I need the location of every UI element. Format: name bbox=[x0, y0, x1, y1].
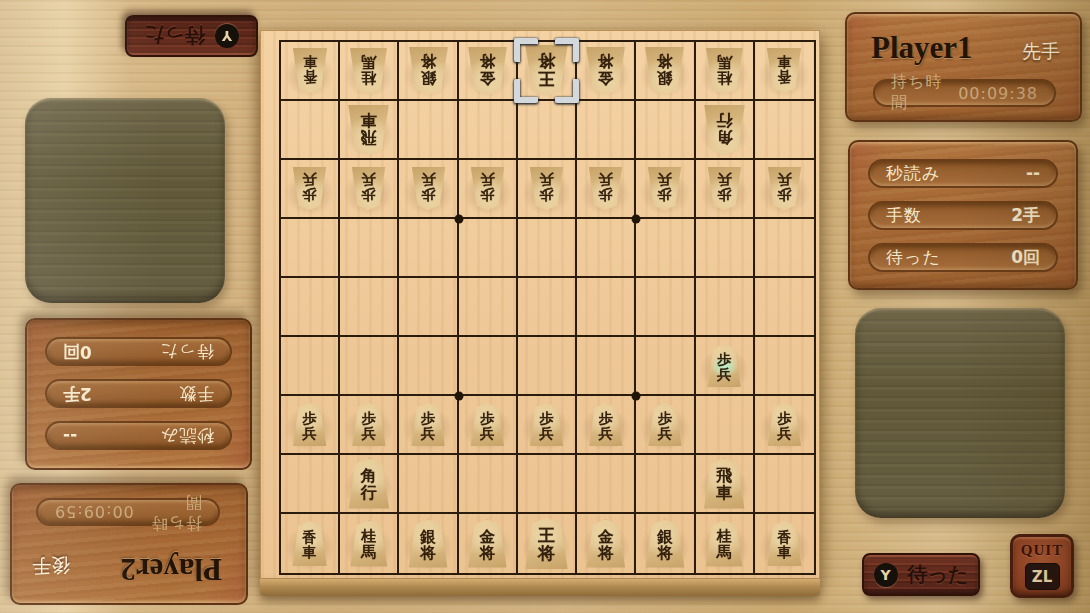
board-cell[interactable] bbox=[399, 337, 458, 396]
player1-panel: Player1 先手 持ち時間 00:09:38 bbox=[845, 12, 1082, 122]
board-cell[interactable]: 歩兵 bbox=[340, 396, 399, 455]
undo-button-label: 待った bbox=[908, 561, 969, 588]
player2-role-badge: 後手 bbox=[32, 552, 70, 578]
board-cell[interactable]: 銀将 bbox=[636, 42, 695, 101]
piece-sente-lance[interactable]: 香車 bbox=[765, 521, 803, 566]
board-cell[interactable]: 歩兵 bbox=[696, 160, 755, 219]
board-cell[interactable] bbox=[755, 455, 814, 514]
board-cell[interactable] bbox=[340, 278, 399, 337]
piece-sente-pawn[interactable]: 歩兵 bbox=[646, 403, 683, 446]
board-cell[interactable] bbox=[518, 101, 577, 160]
piece-sente-rook[interactable]: 飛車 bbox=[702, 459, 747, 509]
star-point bbox=[454, 215, 463, 224]
player1-role-badge: 先手 bbox=[1022, 39, 1060, 65]
board-cell[interactable]: 歩兵 bbox=[755, 160, 814, 219]
board-cell[interactable]: 歩兵 bbox=[577, 160, 636, 219]
board-cell[interactable]: 香車 bbox=[755, 514, 814, 573]
player1-time-label: 持ち時間 bbox=[891, 72, 948, 114]
board-cell[interactable]: 香車 bbox=[755, 42, 814, 101]
board-cell[interactable]: 香車 bbox=[281, 514, 340, 573]
board-cell[interactable] bbox=[518, 337, 577, 396]
board-cell[interactable] bbox=[755, 337, 814, 396]
piece-sente-pawn[interactable]: 歩兵 bbox=[706, 344, 743, 387]
byoyomi-row: 秒読み -- bbox=[868, 159, 1058, 188]
move-count-row: 手数 2手 bbox=[868, 201, 1058, 230]
piece-gote-lance[interactable]: 香車 bbox=[765, 48, 803, 93]
piece-gote-pawn[interactable]: 歩兵 bbox=[587, 167, 624, 210]
piece-gote-lance[interactable]: 香車 bbox=[291, 48, 329, 93]
board-cell[interactable]: 桂馬 bbox=[696, 42, 755, 101]
piece-gote-bishop[interactable]: 角行 bbox=[702, 105, 747, 155]
board-cell[interactable]: 歩兵 bbox=[636, 396, 695, 455]
board-cell[interactable]: 王将 bbox=[518, 42, 577, 101]
board-cell[interactable]: 歩兵 bbox=[518, 160, 577, 219]
board-cell[interactable]: 飛車 bbox=[340, 101, 399, 160]
board-cell[interactable]: 桂馬 bbox=[340, 514, 399, 573]
board-cell[interactable]: 歩兵 bbox=[577, 396, 636, 455]
undo-count-label: 待った bbox=[159, 341, 214, 364]
board-cell[interactable] bbox=[755, 101, 814, 160]
board-cell[interactable] bbox=[399, 455, 458, 514]
piece-gote-silver[interactable]: 銀将 bbox=[643, 47, 686, 95]
board-cell[interactable] bbox=[518, 278, 577, 337]
board-cell[interactable] bbox=[696, 219, 755, 278]
board-cell[interactable] bbox=[696, 278, 755, 337]
board-cell[interactable]: 歩兵 bbox=[636, 160, 695, 219]
captured-pieces-tray-player2[interactable] bbox=[25, 98, 225, 303]
undo-button-player2[interactable]: Y 待った bbox=[125, 15, 258, 57]
board-cell[interactable] bbox=[636, 455, 695, 514]
board-cell[interactable]: 歩兵 bbox=[459, 160, 518, 219]
player2-time-label: 持ち時間 bbox=[144, 491, 202, 533]
board-cell[interactable] bbox=[636, 337, 695, 396]
y-button-icon: Y bbox=[874, 563, 898, 587]
move-count-label: 手数 bbox=[178, 383, 214, 406]
piece-sente-lance[interactable]: 香車 bbox=[291, 521, 329, 566]
board-cell[interactable]: 王将 bbox=[518, 514, 577, 573]
undo-count-row: 待った 0回 bbox=[45, 338, 232, 367]
board-cell[interactable]: 歩兵 bbox=[459, 396, 518, 455]
y-button-icon: Y bbox=[215, 24, 239, 48]
piece-gote-pawn[interactable]: 歩兵 bbox=[350, 167, 387, 210]
board-cell[interactable] bbox=[459, 278, 518, 337]
piece-gote-pawn[interactable]: 歩兵 bbox=[410, 167, 447, 210]
player2-time-pill: 持ち時間 00:09:59 bbox=[36, 498, 220, 526]
piece-sente-knight[interactable]: 桂馬 bbox=[704, 521, 745, 567]
piece-sente-silver[interactable]: 銀将 bbox=[643, 520, 686, 568]
board-cell[interactable]: 歩兵 bbox=[696, 337, 755, 396]
board-cell[interactable] bbox=[577, 455, 636, 514]
piece-sente-pawn[interactable]: 歩兵 bbox=[587, 403, 624, 446]
board-cell[interactable]: 桂馬 bbox=[696, 514, 755, 573]
piece-gote-pawn[interactable]: 歩兵 bbox=[706, 167, 743, 210]
piece-gote-pawn[interactable]: 歩兵 bbox=[469, 167, 506, 210]
board-cell[interactable]: 飛車 bbox=[696, 455, 755, 514]
piece-sente-silver[interactable]: 銀将 bbox=[407, 520, 450, 568]
board-cell[interactable] bbox=[281, 278, 340, 337]
board-cell[interactable] bbox=[577, 337, 636, 396]
board-front-edge bbox=[260, 579, 820, 596]
board-cell[interactable] bbox=[636, 101, 695, 160]
piece-sente-gold[interactable]: 金将 bbox=[466, 520, 509, 568]
player1-time-value: 00:09:38 bbox=[958, 84, 1038, 103]
piece-gote-knight[interactable]: 桂馬 bbox=[348, 48, 389, 94]
quit-button[interactable]: QUIT ZL bbox=[1010, 534, 1074, 598]
piece-gote-pawn[interactable]: 歩兵 bbox=[528, 167, 565, 210]
undo-count-label: 待った bbox=[886, 246, 941, 269]
shogi-game-screen: Y 待った 秒読み -- 手数 2手 待った 0回 Player2 後手 持ち時… bbox=[0, 0, 1090, 613]
piece-sente-pawn[interactable]: 歩兵 bbox=[766, 403, 803, 446]
board-cell[interactable]: 歩兵 bbox=[755, 396, 814, 455]
piece-sente-gold[interactable]: 金将 bbox=[584, 520, 627, 568]
board-cell[interactable]: 歩兵 bbox=[281, 396, 340, 455]
board-cell[interactable]: 角行 bbox=[340, 455, 399, 514]
piece-gote-knight[interactable]: 桂馬 bbox=[704, 48, 745, 94]
board-cell[interactable]: 金将 bbox=[459, 42, 518, 101]
board-cell[interactable]: 歩兵 bbox=[399, 160, 458, 219]
piece-gote-gold[interactable]: 金将 bbox=[584, 47, 627, 95]
board-cell[interactable] bbox=[459, 455, 518, 514]
board-cell[interactable] bbox=[459, 219, 518, 278]
board-cell[interactable] bbox=[577, 219, 636, 278]
piece-gote-rook[interactable]: 飛車 bbox=[346, 105, 391, 155]
board-cell[interactable] bbox=[459, 101, 518, 160]
board-cell[interactable] bbox=[281, 219, 340, 278]
board-cell[interactable] bbox=[399, 219, 458, 278]
piece-sente-knight[interactable]: 桂馬 bbox=[348, 521, 389, 567]
board-cell[interactable]: 歩兵 bbox=[399, 396, 458, 455]
move-count-value: 2手 bbox=[1011, 204, 1040, 227]
piece-gote-pawn[interactable]: 歩兵 bbox=[766, 167, 803, 210]
board-cell[interactable]: 歩兵 bbox=[518, 396, 577, 455]
board-cell[interactable]: 角行 bbox=[696, 101, 755, 160]
byoyomi-row: 秒読み -- bbox=[45, 422, 232, 451]
board-cell[interactable] bbox=[577, 278, 636, 337]
undo-count-value: 0回 bbox=[63, 341, 92, 364]
piece-sente-bishop[interactable]: 角行 bbox=[346, 459, 391, 509]
board-cell[interactable]: 銀将 bbox=[399, 42, 458, 101]
star-point bbox=[632, 215, 641, 224]
board-cell[interactable] bbox=[755, 278, 814, 337]
stats-panel-player1: 秒読み -- 手数 2手 待った 0回 bbox=[848, 140, 1078, 290]
board-cell[interactable]: 金将 bbox=[459, 514, 518, 573]
zl-button-icon: ZL bbox=[1025, 563, 1060, 590]
board-cell[interactable] bbox=[577, 101, 636, 160]
board-cell[interactable] bbox=[459, 337, 518, 396]
undo-count-row: 待った 0回 bbox=[868, 243, 1058, 272]
star-point bbox=[454, 392, 463, 401]
move-count-label: 手数 bbox=[886, 204, 922, 227]
board-cell[interactable] bbox=[399, 101, 458, 160]
player2-time-value: 00:09:59 bbox=[54, 503, 134, 522]
move-count-row: 手数 2手 bbox=[45, 380, 232, 409]
board-cell[interactable] bbox=[696, 396, 755, 455]
board-cell[interactable]: 歩兵 bbox=[281, 160, 340, 219]
shogi-board: 香車桂馬銀将金将王将金将銀将桂馬香車飛車角行歩兵歩兵歩兵歩兵歩兵歩兵歩兵歩兵歩兵… bbox=[260, 30, 820, 579]
board-cell[interactable] bbox=[281, 101, 340, 160]
move-count-value: 2手 bbox=[63, 383, 92, 406]
board-cell[interactable] bbox=[518, 455, 577, 514]
player2-panel: Player2 後手 持ち時間 00:09:59 bbox=[10, 483, 248, 605]
stats-panel-player2: 秒読み -- 手数 2手 待った 0回 bbox=[25, 318, 252, 470]
board-cell[interactable]: 香車 bbox=[281, 42, 340, 101]
piece-sente-pawn[interactable]: 歩兵 bbox=[410, 403, 447, 446]
player1-time-pill: 持ち時間 00:09:38 bbox=[873, 79, 1056, 107]
byoyomi-value: -- bbox=[1026, 163, 1040, 183]
piece-sente-pawn[interactable]: 歩兵 bbox=[469, 403, 506, 446]
board-cell[interactable]: 金将 bbox=[577, 42, 636, 101]
board-cell[interactable] bbox=[340, 337, 399, 396]
board-cell[interactable] bbox=[518, 219, 577, 278]
piece-gote-gold[interactable]: 金将 bbox=[466, 47, 509, 95]
board-cell[interactable] bbox=[636, 219, 695, 278]
undo-count-value: 0回 bbox=[1011, 246, 1040, 269]
piece-gote-king[interactable]: 王将 bbox=[523, 45, 570, 96]
board-cell[interactable] bbox=[636, 278, 695, 337]
board-cell[interactable] bbox=[340, 219, 399, 278]
byoyomi-label: 秒読み bbox=[886, 162, 940, 185]
piece-gote-silver[interactable]: 銀将 bbox=[407, 47, 450, 95]
board-cell[interactable]: 桂馬 bbox=[340, 42, 399, 101]
player1-name: Player1 bbox=[871, 30, 973, 66]
board-cell[interactable]: 銀将 bbox=[636, 514, 695, 573]
undo-button-player1[interactable]: Y 待った bbox=[862, 553, 980, 596]
piece-gote-pawn[interactable]: 歩兵 bbox=[646, 167, 683, 210]
board-cell[interactable] bbox=[755, 219, 814, 278]
piece-sente-pawn[interactable]: 歩兵 bbox=[291, 403, 328, 446]
captured-pieces-tray-player1[interactable] bbox=[855, 308, 1065, 518]
piece-gote-pawn[interactable]: 歩兵 bbox=[291, 167, 328, 210]
board-grid: 香車桂馬銀将金将王将金将銀将桂馬香車飛車角行歩兵歩兵歩兵歩兵歩兵歩兵歩兵歩兵歩兵… bbox=[279, 40, 816, 575]
board-cell[interactable]: 銀将 bbox=[399, 514, 458, 573]
player2-name: Player2 bbox=[120, 551, 222, 587]
piece-sente-king[interactable]: 王将 bbox=[523, 518, 570, 569]
board-cell[interactable]: 歩兵 bbox=[340, 160, 399, 219]
quit-button-label: QUIT bbox=[1021, 542, 1063, 559]
board-cell[interactable] bbox=[399, 278, 458, 337]
star-point bbox=[632, 392, 641, 401]
byoyomi-value: -- bbox=[63, 426, 77, 446]
undo-button-label: 待った bbox=[144, 23, 205, 50]
board-cell[interactable] bbox=[281, 455, 340, 514]
byoyomi-label: 秒読み bbox=[160, 425, 214, 448]
board-cell[interactable] bbox=[281, 337, 340, 396]
piece-sente-pawn[interactable]: 歩兵 bbox=[528, 403, 565, 446]
board-cell[interactable]: 金将 bbox=[577, 514, 636, 573]
piece-sente-pawn[interactable]: 歩兵 bbox=[350, 403, 387, 446]
